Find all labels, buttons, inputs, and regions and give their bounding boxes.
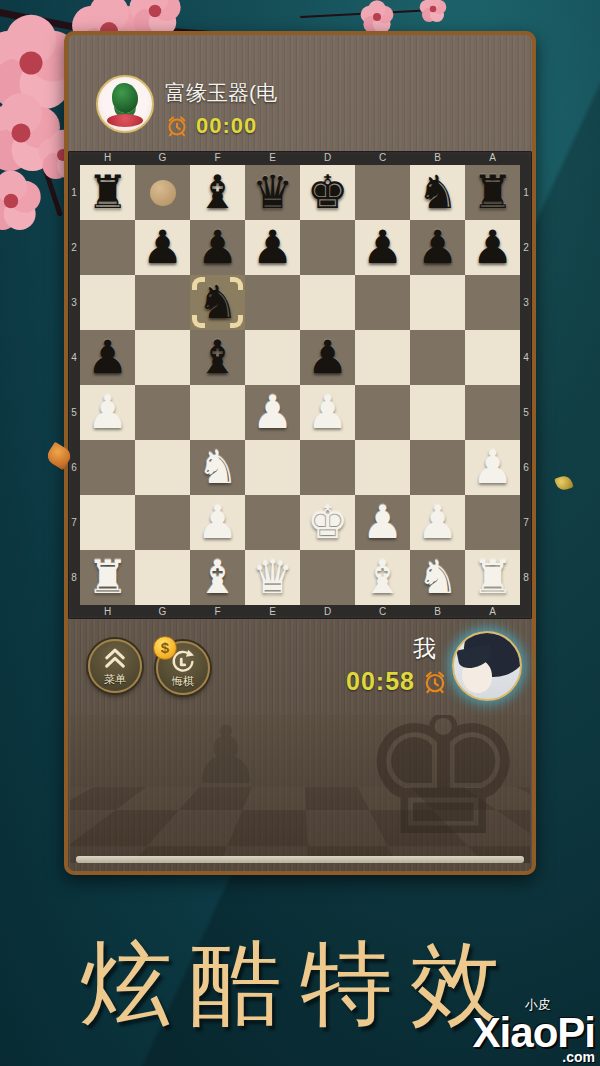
double-chevron-up-icon bbox=[100, 646, 130, 672]
square-B6[interactable] bbox=[410, 440, 465, 495]
file-label-D: D bbox=[300, 151, 355, 165]
piece-white-P: ♟ bbox=[410, 495, 465, 550]
avatar-face bbox=[462, 659, 492, 693]
square-G2[interactable]: ♟ bbox=[135, 220, 190, 275]
square-E4[interactable] bbox=[245, 330, 300, 385]
rank-label-2: 2 bbox=[520, 220, 532, 275]
square-G7[interactable] bbox=[135, 495, 190, 550]
rank-label-5: 5 bbox=[68, 385, 80, 440]
piece-white-P: ♟ bbox=[245, 385, 300, 440]
square-E6[interactable] bbox=[245, 440, 300, 495]
file-label-F: F bbox=[190, 151, 245, 165]
square-H3[interactable] bbox=[80, 275, 135, 330]
piece-white-P: ♟ bbox=[80, 385, 135, 440]
player-name: 我 bbox=[413, 633, 436, 664]
square-B8[interactable]: ♞ bbox=[410, 550, 465, 605]
square-E7[interactable] bbox=[245, 495, 300, 550]
blossom-flower bbox=[373, 13, 381, 21]
square-D2[interactable] bbox=[300, 220, 355, 275]
square-C1[interactable] bbox=[355, 165, 410, 220]
file-label-C: C bbox=[355, 605, 410, 619]
rank-label-8: 8 bbox=[520, 550, 532, 605]
undo-button-label: 悔棋 bbox=[158, 674, 208, 689]
square-C6[interactable] bbox=[355, 440, 410, 495]
menu-button[interactable]: 菜单 bbox=[88, 639, 142, 693]
square-A6[interactable]: ♟ bbox=[465, 440, 520, 495]
square-B2[interactable]: ♟ bbox=[410, 220, 465, 275]
piece-black-R: ♜ bbox=[465, 165, 520, 220]
player-time: 00:58 bbox=[346, 667, 415, 696]
square-D7[interactable]: ♚ bbox=[300, 495, 355, 550]
file-labels-bottom: HGFEDCBA bbox=[80, 605, 520, 619]
piece-white-P: ♟ bbox=[300, 385, 355, 440]
square-B1[interactable]: ♞ bbox=[410, 165, 465, 220]
file-label-C: C bbox=[355, 151, 410, 165]
rank-label-4: 4 bbox=[520, 330, 532, 385]
piece-black-P: ♟ bbox=[190, 220, 245, 275]
square-H7[interactable] bbox=[80, 495, 135, 550]
piece-white-K: ♚ bbox=[300, 495, 355, 550]
app-panel: 富缘玉器(电 00:00 HGFEDCBA HGFEDCBA 12345678 … bbox=[64, 31, 536, 875]
opponent-name: 富缘玉器(电 bbox=[165, 79, 277, 107]
alarm-clock-icon bbox=[422, 669, 448, 695]
opponent-timer: 00:00 bbox=[165, 113, 257, 139]
rank-labels-left: 12345678 bbox=[68, 165, 80, 605]
square-F2[interactable]: ♟ bbox=[190, 220, 245, 275]
square-E3[interactable] bbox=[245, 275, 300, 330]
piece-black-Q: ♛ bbox=[245, 165, 300, 220]
rank-label-6: 6 bbox=[68, 440, 80, 495]
file-label-A: A bbox=[465, 151, 520, 165]
piece-white-P: ♟ bbox=[355, 495, 410, 550]
piece-white-Q: ♛ bbox=[245, 550, 300, 605]
square-F8[interactable]: ♝ bbox=[190, 550, 245, 605]
piece-white-N: ♞ bbox=[190, 440, 245, 495]
square-C3[interactable] bbox=[355, 275, 410, 330]
square-D1[interactable]: ♚ bbox=[300, 165, 355, 220]
rank-label-6: 6 bbox=[520, 440, 532, 495]
piece-black-N: ♞ bbox=[410, 165, 465, 220]
square-B7[interactable]: ♟ bbox=[410, 495, 465, 550]
square-G5[interactable] bbox=[135, 385, 190, 440]
rank-label-4: 4 bbox=[68, 330, 80, 385]
piece-white-R: ♜ bbox=[465, 550, 520, 605]
xiaopi-watermark: 小皮 XiaoPi .com bbox=[473, 996, 595, 1064]
square-A1[interactable]: ♜ bbox=[465, 165, 520, 220]
file-label-E: E bbox=[245, 151, 300, 165]
piece-black-P: ♟ bbox=[465, 220, 520, 275]
square-B5[interactable] bbox=[410, 385, 465, 440]
square-G8[interactable] bbox=[135, 550, 190, 605]
file-label-E: E bbox=[245, 605, 300, 619]
panel-bottom-highlight bbox=[76, 856, 524, 863]
piece-black-P: ♟ bbox=[300, 330, 355, 385]
square-A8[interactable]: ♜ bbox=[465, 550, 520, 605]
coin-badge: $ bbox=[153, 636, 177, 660]
rank-label-1: 1 bbox=[68, 165, 80, 220]
square-H6[interactable] bbox=[80, 440, 135, 495]
rank-label-2: 2 bbox=[68, 220, 80, 275]
square-F6[interactable]: ♞ bbox=[190, 440, 245, 495]
square-A2[interactable]: ♟ bbox=[465, 220, 520, 275]
file-label-G: G bbox=[135, 151, 190, 165]
menu-button-label: 菜单 bbox=[90, 672, 140, 687]
square-C4[interactable] bbox=[355, 330, 410, 385]
rank-label-3: 3 bbox=[68, 275, 80, 330]
opponent-avatar[interactable] bbox=[96, 75, 154, 133]
piece-black-N: ♞ bbox=[190, 275, 245, 330]
background-photo: ♚ ♟ bbox=[70, 715, 530, 863]
chess-board: HGFEDCBA HGFEDCBA 12345678 12345678 ♜♝♛♚… bbox=[68, 151, 532, 619]
blossom-flower bbox=[20, 52, 43, 75]
file-label-B: B bbox=[410, 605, 465, 619]
square-D4[interactable]: ♟ bbox=[300, 330, 355, 385]
square-C7[interactable]: ♟ bbox=[355, 495, 410, 550]
square-H5[interactable]: ♟ bbox=[80, 385, 135, 440]
square-G3[interactable] bbox=[135, 275, 190, 330]
square-F7[interactable]: ♟ bbox=[190, 495, 245, 550]
piece-black-B: ♝ bbox=[190, 165, 245, 220]
square-B4[interactable] bbox=[410, 330, 465, 385]
piece-black-P: ♟ bbox=[410, 220, 465, 275]
square-D6[interactable] bbox=[300, 440, 355, 495]
rank-label-3: 3 bbox=[520, 275, 532, 330]
blossom-flower bbox=[4, 194, 19, 209]
blossom-flower bbox=[430, 6, 437, 13]
piece-black-R: ♜ bbox=[80, 165, 135, 220]
square-H8[interactable]: ♜ bbox=[80, 550, 135, 605]
square-F3[interactable]: ♞ bbox=[190, 275, 245, 330]
blossom-flower bbox=[149, 5, 162, 18]
square-G6[interactable] bbox=[135, 440, 190, 495]
board-grid: ♜♝♛♚♞♜♟♟♟♟♟♟♞♟♝♟♟♟♟♞♟♟♚♟♟♜♝♛♝♞♜ bbox=[80, 165, 520, 605]
file-label-B: B bbox=[410, 151, 465, 165]
move-origin-dot bbox=[150, 180, 176, 206]
square-A5[interactable] bbox=[465, 385, 520, 440]
square-E1[interactable]: ♛ bbox=[245, 165, 300, 220]
file-label-A: A bbox=[465, 605, 520, 619]
jade-ornament-image bbox=[112, 83, 138, 113]
avatar-hair bbox=[464, 631, 522, 677]
file-label-H: H bbox=[80, 605, 135, 619]
square-H1[interactable]: ♜ bbox=[80, 165, 135, 220]
square-C8[interactable]: ♝ bbox=[355, 550, 410, 605]
square-F1[interactable]: ♝ bbox=[190, 165, 245, 220]
screenshot-stage: 富缘玉器(电 00:00 HGFEDCBA HGFEDCBA 12345678 … bbox=[0, 0, 600, 1066]
piece-black-B: ♝ bbox=[190, 330, 245, 385]
square-G1[interactable] bbox=[135, 165, 190, 220]
rank-label-7: 7 bbox=[520, 495, 532, 550]
square-H2[interactable] bbox=[80, 220, 135, 275]
rank-label-5: 5 bbox=[520, 385, 532, 440]
piece-black-P: ♟ bbox=[80, 330, 135, 385]
file-label-F: F bbox=[190, 605, 245, 619]
square-C5[interactable] bbox=[355, 385, 410, 440]
piece-white-N: ♞ bbox=[410, 550, 465, 605]
square-D3[interactable] bbox=[300, 275, 355, 330]
square-D5[interactable]: ♟ bbox=[300, 385, 355, 440]
piece-white-P: ♟ bbox=[190, 495, 245, 550]
square-H4[interactable]: ♟ bbox=[80, 330, 135, 385]
undo-button[interactable]: 悔棋 $ bbox=[156, 641, 210, 695]
rank-label-8: 8 bbox=[68, 550, 80, 605]
file-label-H: H bbox=[80, 151, 135, 165]
piece-black-P: ♟ bbox=[245, 220, 300, 275]
piece-black-P: ♟ bbox=[355, 220, 410, 275]
square-C2[interactable]: ♟ bbox=[355, 220, 410, 275]
bottom-bar: 菜单 悔棋 $ 我 00:58 bbox=[68, 627, 532, 719]
square-F4[interactable]: ♝ bbox=[190, 330, 245, 385]
square-E8[interactable]: ♛ bbox=[245, 550, 300, 605]
piece-white-B: ♝ bbox=[190, 550, 245, 605]
rank-label-1: 1 bbox=[520, 165, 532, 220]
square-A7[interactable] bbox=[465, 495, 520, 550]
rank-label-7: 7 bbox=[68, 495, 80, 550]
square-A4[interactable] bbox=[465, 330, 520, 385]
piece-black-K: ♚ bbox=[300, 165, 355, 220]
file-label-D: D bbox=[300, 605, 355, 619]
blossom-flower bbox=[12, 124, 31, 143]
opponent-time: 00:00 bbox=[196, 113, 257, 139]
square-E5[interactable]: ♟ bbox=[245, 385, 300, 440]
square-G4[interactable] bbox=[135, 330, 190, 385]
file-labels-top: HGFEDCBA bbox=[80, 151, 520, 165]
player-timer: 00:58 bbox=[346, 667, 448, 696]
piece-white-B: ♝ bbox=[355, 550, 410, 605]
square-F5[interactable] bbox=[190, 385, 245, 440]
alarm-clock-icon bbox=[165, 114, 189, 138]
piece-black-P: ♟ bbox=[135, 220, 190, 275]
piece-white-R: ♜ bbox=[80, 550, 135, 605]
player-avatar[interactable] bbox=[452, 631, 522, 701]
square-E2[interactable]: ♟ bbox=[245, 220, 300, 275]
piece-white-P: ♟ bbox=[465, 440, 520, 495]
rank-labels-right: 12345678 bbox=[520, 165, 532, 605]
file-label-G: G bbox=[135, 605, 190, 619]
square-D8[interactable] bbox=[300, 550, 355, 605]
square-B3[interactable] bbox=[410, 275, 465, 330]
square-A3[interactable] bbox=[465, 275, 520, 330]
